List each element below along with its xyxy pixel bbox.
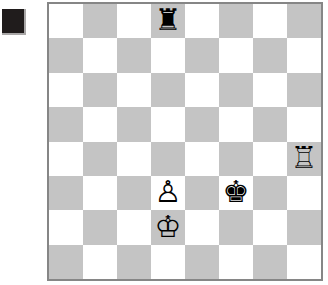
square-f3[interactable]: ♚ [219, 176, 253, 210]
chess-diagram: ♜♖♙♚♔ [0, 0, 328, 285]
square-h8[interactable] [287, 4, 321, 38]
square-g3[interactable] [253, 176, 287, 210]
square-h5[interactable] [287, 107, 321, 141]
square-d6[interactable] [151, 73, 185, 107]
square-e3[interactable] [185, 176, 219, 210]
square-g5[interactable] [253, 107, 287, 141]
square-g6[interactable] [253, 73, 287, 107]
black-king[interactable]: ♚ [223, 177, 250, 207]
square-c1[interactable] [117, 245, 151, 279]
square-g1[interactable] [253, 245, 287, 279]
square-b2[interactable] [83, 210, 117, 244]
square-f1[interactable] [219, 245, 253, 279]
square-b6[interactable] [83, 73, 117, 107]
square-f5[interactable] [219, 107, 253, 141]
square-g2[interactable] [253, 210, 287, 244]
square-c4[interactable] [117, 142, 151, 176]
square-d7[interactable] [151, 38, 185, 72]
square-d3[interactable]: ♙ [151, 176, 185, 210]
square-h2[interactable] [287, 210, 321, 244]
square-b5[interactable] [83, 107, 117, 141]
square-c7[interactable] [117, 38, 151, 72]
square-e6[interactable] [185, 73, 219, 107]
square-c8[interactable] [117, 4, 151, 38]
square-a5[interactable] [49, 107, 83, 141]
square-e8[interactable] [185, 4, 219, 38]
black-rook[interactable]: ♜ [155, 5, 182, 35]
square-g4[interactable] [253, 142, 287, 176]
chess-board: ♜♖♙♚♔ [47, 2, 323, 281]
square-g8[interactable] [253, 4, 287, 38]
square-f8[interactable] [219, 4, 253, 38]
square-d8[interactable]: ♜ [151, 4, 185, 38]
square-d4[interactable] [151, 142, 185, 176]
square-c2[interactable] [117, 210, 151, 244]
square-d1[interactable] [151, 245, 185, 279]
square-g7[interactable] [253, 38, 287, 72]
square-c5[interactable] [117, 107, 151, 141]
square-f6[interactable] [219, 73, 253, 107]
square-e4[interactable] [185, 142, 219, 176]
square-d2[interactable]: ♔ [151, 210, 185, 244]
square-a8[interactable] [49, 4, 83, 38]
square-b1[interactable] [83, 245, 117, 279]
square-c6[interactable] [117, 73, 151, 107]
square-b4[interactable] [83, 142, 117, 176]
square-a2[interactable] [49, 210, 83, 244]
square-a6[interactable] [49, 73, 83, 107]
square-h3[interactable] [287, 176, 321, 210]
square-e1[interactable] [185, 245, 219, 279]
square-b7[interactable] [83, 38, 117, 72]
square-b8[interactable] [83, 4, 117, 38]
square-a1[interactable] [49, 245, 83, 279]
white-rook[interactable]: ♖ [291, 143, 318, 173]
square-a7[interactable] [49, 38, 83, 72]
white-pawn[interactable]: ♙ [155, 177, 182, 207]
square-e2[interactable] [185, 210, 219, 244]
square-e5[interactable] [185, 107, 219, 141]
square-h7[interactable] [287, 38, 321, 72]
square-b3[interactable] [83, 176, 117, 210]
square-a3[interactable] [49, 176, 83, 210]
white-king[interactable]: ♔ [155, 212, 182, 242]
square-f2[interactable] [219, 210, 253, 244]
square-e7[interactable] [185, 38, 219, 72]
square-d5[interactable] [151, 107, 185, 141]
square-a4[interactable] [49, 142, 83, 176]
square-f7[interactable] [219, 38, 253, 72]
square-c3[interactable] [117, 176, 151, 210]
side-to-move-indicator [2, 9, 26, 35]
square-h4[interactable]: ♖ [287, 142, 321, 176]
square-h1[interactable] [287, 245, 321, 279]
square-h6[interactable] [287, 73, 321, 107]
square-f4[interactable] [219, 142, 253, 176]
